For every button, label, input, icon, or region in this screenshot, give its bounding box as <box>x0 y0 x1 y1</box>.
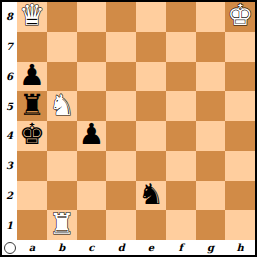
square-b7[interactable] <box>47 32 77 62</box>
square-h4[interactable] <box>225 121 255 151</box>
square-g5[interactable] <box>196 91 226 121</box>
square-c3[interactable] <box>77 151 107 181</box>
piece-white-queen-a8[interactable]: ♛ <box>19 1 45 30</box>
square-g4[interactable] <box>196 121 226 151</box>
square-d7[interactable] <box>106 32 136 62</box>
square-b1[interactable]: ♜ <box>47 210 77 240</box>
square-c4[interactable]: ♟ <box>77 121 107 151</box>
square-h8[interactable]: ♚ <box>225 2 255 32</box>
rank-label-5: 5 <box>2 91 17 121</box>
square-d4[interactable] <box>106 121 136 151</box>
square-e1[interactable] <box>136 210 166 240</box>
square-h1[interactable] <box>225 210 255 240</box>
square-a8[interactable]: ♛ <box>17 2 47 32</box>
piece-black-king-a4[interactable]: ♚ <box>19 120 45 149</box>
rank-label-1: 1 <box>2 210 17 240</box>
square-f6[interactable] <box>166 62 196 92</box>
square-g2[interactable] <box>196 181 226 211</box>
rank-label-7: 7 <box>2 32 17 62</box>
piece-white-knight-b5[interactable]: ♞ <box>49 91 75 120</box>
file-label-f: f <box>166 240 196 255</box>
rank-label-2: 2 <box>2 181 17 211</box>
square-g6[interactable] <box>196 62 226 92</box>
square-f7[interactable] <box>166 32 196 62</box>
rank-labels: 87654321 <box>2 2 17 240</box>
square-d8[interactable] <box>106 2 136 32</box>
file-labels: abcdefgh <box>17 240 255 255</box>
piece-black-pawn-a6[interactable]: ♟ <box>19 61 45 90</box>
file-label-c: c <box>77 240 107 255</box>
square-f4[interactable] <box>166 121 196 151</box>
square-f5[interactable] <box>166 91 196 121</box>
square-f8[interactable] <box>166 2 196 32</box>
square-e7[interactable] <box>136 32 166 62</box>
piece-black-pawn-c4[interactable]: ♟ <box>78 120 104 149</box>
square-c2[interactable] <box>77 181 107 211</box>
file-label-d: d <box>106 240 136 255</box>
square-g3[interactable] <box>196 151 226 181</box>
square-d3[interactable] <box>106 151 136 181</box>
rank-label-8: 8 <box>2 2 17 32</box>
file-label-e: e <box>136 240 166 255</box>
square-a3[interactable] <box>17 151 47 181</box>
square-f1[interactable] <box>166 210 196 240</box>
white-to-move-icon <box>4 242 16 254</box>
square-b5[interactable]: ♞ <box>47 91 77 121</box>
rank-label-3: 3 <box>2 151 17 181</box>
piece-black-rook-a5[interactable]: ♜ <box>19 91 45 120</box>
square-c6[interactable] <box>77 62 107 92</box>
square-e2[interactable]: ♞ <box>136 181 166 211</box>
square-e8[interactable] <box>136 2 166 32</box>
file-label-a: a <box>17 240 47 255</box>
square-f2[interactable] <box>166 181 196 211</box>
square-e4[interactable] <box>136 121 166 151</box>
square-f3[interactable] <box>166 151 196 181</box>
file-label-h: h <box>225 240 255 255</box>
piece-white-king-h8[interactable]: ♚ <box>227 1 253 30</box>
square-d5[interactable] <box>106 91 136 121</box>
square-a2[interactable] <box>17 181 47 211</box>
square-c7[interactable] <box>77 32 107 62</box>
square-h5[interactable] <box>225 91 255 121</box>
square-b3[interactable] <box>47 151 77 181</box>
square-d2[interactable] <box>106 181 136 211</box>
file-label-g: g <box>196 240 226 255</box>
file-label-b: b <box>47 240 77 255</box>
square-b8[interactable] <box>47 2 77 32</box>
chess-board: ♛♚♟♜♞♚♟♞♜ <box>17 2 255 240</box>
square-h2[interactable] <box>225 181 255 211</box>
square-g8[interactable] <box>196 2 226 32</box>
square-d1[interactable] <box>106 210 136 240</box>
square-g7[interactable] <box>196 32 226 62</box>
square-c1[interactable] <box>77 210 107 240</box>
piece-white-rook-b1[interactable]: ♜ <box>49 210 75 239</box>
square-a4[interactable]: ♚ <box>17 121 47 151</box>
rank-label-6: 6 <box>2 62 17 92</box>
square-e5[interactable] <box>136 91 166 121</box>
square-a1[interactable] <box>17 210 47 240</box>
rank-label-4: 4 <box>2 121 17 151</box>
square-c8[interactable] <box>77 2 107 32</box>
turn-indicator-area <box>2 240 17 255</box>
square-b4[interactable] <box>47 121 77 151</box>
square-e6[interactable] <box>136 62 166 92</box>
square-d6[interactable] <box>106 62 136 92</box>
square-h3[interactable] <box>225 151 255 181</box>
square-h7[interactable] <box>225 32 255 62</box>
square-g1[interactable] <box>196 210 226 240</box>
square-h6[interactable] <box>225 62 255 92</box>
piece-black-knight-e2[interactable]: ♞ <box>138 180 164 209</box>
chess-diagram: 87654321 ♛♚♟♜♞♚♟♞♜ abcdefgh <box>0 0 257 257</box>
